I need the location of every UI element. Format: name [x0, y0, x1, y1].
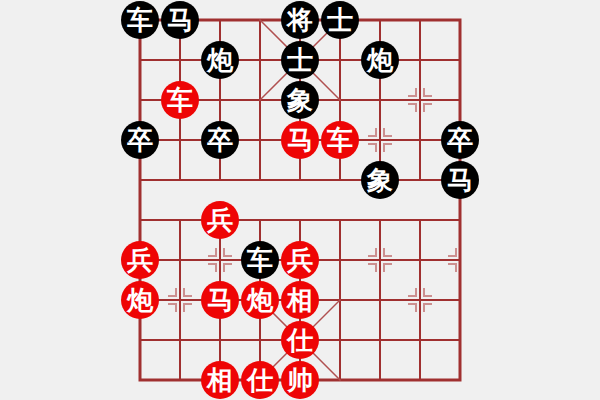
piece-black-elephant[interactable]: 象 — [281, 81, 319, 119]
piece-black-horse[interactable]: 马 — [441, 161, 479, 199]
piece-black-chariot[interactable]: 车 — [121, 1, 159, 39]
piece-red-elephant[interactable]: 相 — [201, 361, 239, 399]
piece-black-advisor[interactable]: 士 — [321, 1, 359, 39]
piece-black-elephant[interactable]: 象 — [361, 161, 399, 199]
piece-black-advisor[interactable]: 士 — [281, 41, 319, 79]
piece-red-chariot[interactable]: 车 — [161, 81, 199, 119]
piece-black-soldier[interactable]: 卒 — [121, 121, 159, 159]
piece-red-horse[interactable]: 马 — [201, 281, 239, 319]
piece-red-cannon[interactable]: 炮 — [241, 281, 279, 319]
piece-red-cannon[interactable]: 炮 — [121, 281, 159, 319]
piece-black-soldier[interactable]: 卒 — [201, 121, 239, 159]
piece-black-soldier[interactable]: 卒 — [441, 121, 479, 159]
piece-red-general[interactable]: 帅 — [281, 361, 319, 399]
xiangqi-screenshot: 车马将士炮士炮象卒卒卒象马车车马车兵兵兵炮马炮相仕相仕帅 — [0, 0, 600, 400]
piece-black-horse[interactable]: 马 — [161, 1, 199, 39]
piece-red-advisor[interactable]: 仕 — [281, 321, 319, 359]
piece-red-soldier[interactable]: 兵 — [201, 201, 239, 239]
xiangqi-board[interactable]: 车马将士炮士炮象卒卒卒象马车车马车兵兵兵炮马炮相仕相仕帅 — [120, 0, 480, 400]
piece-black-cannon[interactable]: 炮 — [361, 41, 399, 79]
piece-red-horse[interactable]: 马 — [281, 121, 319, 159]
piece-black-cannon[interactable]: 炮 — [201, 41, 239, 79]
piece-black-general[interactable]: 将 — [281, 1, 319, 39]
piece-red-advisor[interactable]: 仕 — [241, 361, 279, 399]
piece-red-elephant[interactable]: 相 — [281, 281, 319, 319]
piece-red-soldier[interactable]: 兵 — [121, 241, 159, 279]
piece-red-chariot[interactable]: 车 — [321, 121, 359, 159]
piece-red-soldier[interactable]: 兵 — [281, 241, 319, 279]
piece-black-chariot[interactable]: 车 — [241, 241, 279, 279]
